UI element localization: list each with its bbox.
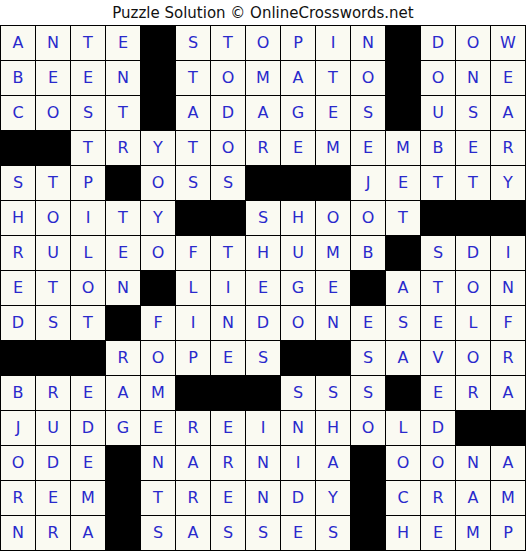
crossword-grid: ANTESTOPINDOWBEENTOMATOONECOSTADAGESUSAT… [0, 25, 526, 551]
black-cell-r8c5 [141, 271, 176, 306]
letter-cell-r15c3: A [71, 516, 106, 551]
letter-cell-r9c2: S [36, 306, 71, 341]
letter-cell-r12c2: U [36, 411, 71, 446]
black-cell-r10c2 [36, 341, 71, 376]
letter-cell-r5c15: Y [491, 166, 526, 201]
letter-cell-r11c14: R [456, 376, 491, 411]
letter-cell-r6c12: T [386, 201, 421, 236]
letter-cell-r13c10: A [316, 446, 351, 481]
letter-cell-r9c15: F [491, 306, 526, 341]
letter-cell-r4c7: O [211, 131, 246, 166]
letter-cell-r7c8: H [246, 236, 281, 271]
black-cell-r15c4 [106, 516, 141, 551]
letter-cell-r8c2: T [36, 271, 71, 306]
black-cell-r11c12 [386, 376, 421, 411]
letter-cell-r14c12: C [386, 481, 421, 516]
letter-cell-r7c9: U [281, 236, 316, 271]
letter-cell-r2c15: E [491, 61, 526, 96]
letter-cell-r15c1: N [1, 516, 36, 551]
letter-cell-r1c9: P [281, 26, 316, 61]
letter-cell-r3c4: T [106, 96, 141, 131]
letter-cell-r12c8: I [246, 411, 281, 446]
letter-cell-r10c11: S [351, 341, 386, 376]
letter-cell-r7c5: O [141, 236, 176, 271]
letter-cell-r8c3: O [71, 271, 106, 306]
letter-cell-r5c7: S [211, 166, 246, 201]
letter-cell-r15c7: S [211, 516, 246, 551]
black-cell-r13c11 [351, 446, 386, 481]
black-cell-r10c10 [316, 341, 351, 376]
letter-cell-r8c7: I [211, 271, 246, 306]
letter-cell-r1c10: I [316, 26, 351, 61]
letter-cell-r11c4: A [106, 376, 141, 411]
letter-cell-r3c2: O [36, 96, 71, 131]
letter-cell-r10c5: O [141, 341, 176, 376]
letter-cell-r5c2: T [36, 166, 71, 201]
letter-cell-r4c6: T [176, 131, 211, 166]
letter-cell-r1c13: D [421, 26, 456, 61]
letter-cell-r12c7: E [211, 411, 246, 446]
letter-cell-r2c13: O [421, 61, 456, 96]
letter-cell-r12c12: L [386, 411, 421, 446]
letter-cell-r7c1: R [1, 236, 36, 271]
letter-cell-r13c8: N [246, 446, 281, 481]
letter-cell-r1c11: N [351, 26, 386, 61]
letter-cell-r2c11: O [351, 61, 386, 96]
letter-cell-r4c8: R [246, 131, 281, 166]
letter-cell-r12c5: E [141, 411, 176, 446]
black-cell-r4c2 [36, 131, 71, 166]
black-cell-r11c7 [211, 376, 246, 411]
letter-cell-r1c8: O [246, 26, 281, 61]
letter-cell-r9c1: D [1, 306, 36, 341]
letter-cell-r8c9: G [281, 271, 316, 306]
letter-cell-r7c14: D [456, 236, 491, 271]
letter-cell-r7c4: E [106, 236, 141, 271]
letter-cell-r12c3: D [71, 411, 106, 446]
letter-cell-r8c14: O [456, 271, 491, 306]
letter-cell-r3c13: U [421, 96, 456, 131]
letter-cell-r12c9: N [281, 411, 316, 446]
letter-cell-r7c6: F [176, 236, 211, 271]
letter-cell-r3c6: A [176, 96, 211, 131]
letter-cell-r10c8: S [246, 341, 281, 376]
letter-cell-r15c15: P [491, 516, 526, 551]
letter-cell-r3c10: E [316, 96, 351, 131]
letter-cell-r6c9: H [281, 201, 316, 236]
letter-cell-r9c9: O [281, 306, 316, 341]
letter-cell-r2c9: A [281, 61, 316, 96]
black-cell-r3c12 [386, 96, 421, 131]
letter-cell-r10c14: O [456, 341, 491, 376]
letter-cell-r10c12: A [386, 341, 421, 376]
letter-cell-r4c9: E [281, 131, 316, 166]
letter-cell-r11c9: S [281, 376, 316, 411]
letter-cell-r6c1: H [1, 201, 36, 236]
letter-cell-r8c4: N [106, 271, 141, 306]
letter-cell-r6c2: O [36, 201, 71, 236]
letter-cell-r7c3: L [71, 236, 106, 271]
black-cell-r13c4 [106, 446, 141, 481]
letter-cell-r11c3: E [71, 376, 106, 411]
black-cell-r7c12 [386, 236, 421, 271]
letter-cell-r1c2: N [36, 26, 71, 61]
black-cell-r10c9 [281, 341, 316, 376]
page-title: Puzzle Solution © OnlineCrosswords.net [0, 0, 526, 25]
letter-cell-r4c4: R [106, 131, 141, 166]
letter-cell-r14c10: Y [316, 481, 351, 516]
letter-cell-r13c6: A [176, 446, 211, 481]
letter-cell-r13c12: O [386, 446, 421, 481]
letter-cell-r1c3: T [71, 26, 106, 61]
letter-cell-r11c1: B [1, 376, 36, 411]
black-cell-r6c13 [421, 201, 456, 236]
letter-cell-r5c1: S [1, 166, 36, 201]
letter-cell-r5c11: J [351, 166, 386, 201]
letter-cell-r2c3: E [71, 61, 106, 96]
letter-cell-r6c5: Y [141, 201, 176, 236]
letter-cell-r4c11: E [351, 131, 386, 166]
letter-cell-r10c7: E [211, 341, 246, 376]
black-cell-r6c14 [456, 201, 491, 236]
letter-cell-r11c2: R [36, 376, 71, 411]
letter-cell-r15c2: R [36, 516, 71, 551]
letter-cell-r6c10: O [316, 201, 351, 236]
letter-cell-r6c11: O [351, 201, 386, 236]
black-cell-r14c4 [106, 481, 141, 516]
letter-cell-r11c13: E [421, 376, 456, 411]
letter-cell-r6c3: I [71, 201, 106, 236]
letter-cell-r14c3: M [71, 481, 106, 516]
black-cell-r11c6 [176, 376, 211, 411]
letter-cell-r4c3: T [71, 131, 106, 166]
letter-cell-r4c15: R [491, 131, 526, 166]
letter-cell-r9c8: D [246, 306, 281, 341]
black-cell-r8c11 [351, 271, 386, 306]
letter-cell-r15c10: S [316, 516, 351, 551]
black-cell-r2c12 [386, 61, 421, 96]
letter-cell-r4c10: M [316, 131, 351, 166]
letter-cell-r12c10: H [316, 411, 351, 446]
black-cell-r4c1 [1, 131, 36, 166]
letter-cell-r6c8: S [246, 201, 281, 236]
letter-cell-r9c3: T [71, 306, 106, 341]
letter-cell-r9c14: L [456, 306, 491, 341]
black-cell-r12c15 [491, 411, 526, 446]
letter-cell-r9c6: I [176, 306, 211, 341]
letter-cell-r8c10: E [316, 271, 351, 306]
letter-cell-r15c13: E [421, 516, 456, 551]
letter-cell-r7c7: T [211, 236, 246, 271]
black-cell-r6c6 [176, 201, 211, 236]
black-cell-r5c8 [246, 166, 281, 201]
letter-cell-r14c14: A [456, 481, 491, 516]
letter-cell-r4c12: M [386, 131, 421, 166]
letter-cell-r12c13: D [421, 411, 456, 446]
black-cell-r10c3 [71, 341, 106, 376]
letter-cell-r14c13: R [421, 481, 456, 516]
letter-cell-r8c13: T [421, 271, 456, 306]
black-cell-r14c11 [351, 481, 386, 516]
letter-cell-r13c1: O [1, 446, 36, 481]
black-cell-r6c7 [211, 201, 246, 236]
letter-cell-r15c5: S [141, 516, 176, 551]
black-cell-r2c5 [141, 61, 176, 96]
letter-cell-r7c15: I [491, 236, 526, 271]
letter-cell-r8c15: N [491, 271, 526, 306]
black-cell-r1c12 [386, 26, 421, 61]
letter-cell-r3c1: C [1, 96, 36, 131]
letter-cell-r14c2: E [36, 481, 71, 516]
letter-cell-r3c7: D [211, 96, 246, 131]
letter-cell-r2c6: T [176, 61, 211, 96]
letter-cell-r3c3: S [71, 96, 106, 131]
letter-cell-r9c12: S [386, 306, 421, 341]
letter-cell-r5c5: O [141, 166, 176, 201]
black-cell-r10c1 [1, 341, 36, 376]
letter-cell-r2c4: N [106, 61, 141, 96]
letter-cell-r5c3: P [71, 166, 106, 201]
letter-cell-r5c12: E [386, 166, 421, 201]
puzzle-solution-page: Puzzle Solution © OnlineCrosswords.net A… [0, 0, 526, 551]
letter-cell-r11c10: S [316, 376, 351, 411]
letter-cell-r10c15: R [491, 341, 526, 376]
letter-cell-r15c12: H [386, 516, 421, 551]
letter-cell-r4c5: Y [141, 131, 176, 166]
black-cell-r5c10 [316, 166, 351, 201]
letter-cell-r7c13: S [421, 236, 456, 271]
letter-cell-r15c14: M [456, 516, 491, 551]
letter-cell-r6c4: T [106, 201, 141, 236]
black-cell-r11c8 [246, 376, 281, 411]
letter-cell-r9c11: E [351, 306, 386, 341]
letter-cell-r14c1: R [1, 481, 36, 516]
letter-cell-r12c1: J [1, 411, 36, 446]
black-cell-r9c4 [106, 306, 141, 341]
letter-cell-r1c1: A [1, 26, 36, 61]
letter-cell-r13c15: A [491, 446, 526, 481]
letter-cell-r3c8: A [246, 96, 281, 131]
letter-cell-r11c5: M [141, 376, 176, 411]
letter-cell-r5c14: T [456, 166, 491, 201]
letter-cell-r9c7: N [211, 306, 246, 341]
letter-cell-r7c2: U [36, 236, 71, 271]
letter-cell-r10c6: P [176, 341, 211, 376]
letter-cell-r2c7: O [211, 61, 246, 96]
black-cell-r5c4 [106, 166, 141, 201]
letter-cell-r3c9: G [281, 96, 316, 131]
letter-cell-r9c5: F [141, 306, 176, 341]
letter-cell-r2c1: B [1, 61, 36, 96]
letter-cell-r13c3: E [71, 446, 106, 481]
letter-cell-r2c14: N [456, 61, 491, 96]
letter-cell-r14c7: E [211, 481, 246, 516]
letter-cell-r7c10: M [316, 236, 351, 271]
letter-cell-r15c8: S [246, 516, 281, 551]
letter-cell-r5c13: T [421, 166, 456, 201]
letter-cell-r13c9: I [281, 446, 316, 481]
letter-cell-r15c9: E [281, 516, 316, 551]
black-cell-r15c11 [351, 516, 386, 551]
letter-cell-r1c4: E [106, 26, 141, 61]
letter-cell-r13c5: N [141, 446, 176, 481]
letter-cell-r8c6: L [176, 271, 211, 306]
letter-cell-r12c6: R [176, 411, 211, 446]
black-cell-r5c9 [281, 166, 316, 201]
letter-cell-r3c15: A [491, 96, 526, 131]
letter-cell-r8c1: E [1, 271, 36, 306]
letter-cell-r2c10: T [316, 61, 351, 96]
letter-cell-r15c6: A [176, 516, 211, 551]
letter-cell-r11c11: S [351, 376, 386, 411]
letter-cell-r2c8: M [246, 61, 281, 96]
letter-cell-r10c4: R [106, 341, 141, 376]
letter-cell-r12c11: O [351, 411, 386, 446]
letter-cell-r13c2: D [36, 446, 71, 481]
letter-cell-r13c13: O [421, 446, 456, 481]
letter-cell-r1c14: O [456, 26, 491, 61]
letter-cell-r4c14: E [456, 131, 491, 166]
letter-cell-r14c9: D [281, 481, 316, 516]
letter-cell-r7c11: B [351, 236, 386, 271]
letter-cell-r3c11: S [351, 96, 386, 131]
letter-cell-r2c2: E [36, 61, 71, 96]
letter-cell-r14c15: M [491, 481, 526, 516]
letter-cell-r8c8: E [246, 271, 281, 306]
letter-cell-r1c15: W [491, 26, 526, 61]
letter-cell-r14c5: T [141, 481, 176, 516]
letter-cell-r13c7: R [211, 446, 246, 481]
black-cell-r12c14 [456, 411, 491, 446]
letter-cell-r1c7: T [211, 26, 246, 61]
letter-cell-r5c6: S [176, 166, 211, 201]
letter-cell-r14c6: R [176, 481, 211, 516]
letter-cell-r8c12: A [386, 271, 421, 306]
black-cell-r6c15 [491, 201, 526, 236]
letter-cell-r9c10: N [316, 306, 351, 341]
letter-cell-r13c14: N [456, 446, 491, 481]
black-cell-r1c5 [141, 26, 176, 61]
black-cell-r3c5 [141, 96, 176, 131]
letter-cell-r3c14: S [456, 96, 491, 131]
letter-cell-r9c13: E [421, 306, 456, 341]
letter-cell-r14c8: N [246, 481, 281, 516]
letter-cell-r10c13: V [421, 341, 456, 376]
letter-cell-r12c4: G [106, 411, 141, 446]
letter-cell-r4c13: B [421, 131, 456, 166]
letter-cell-r1c6: S [176, 26, 211, 61]
letter-cell-r11c15: A [491, 376, 526, 411]
